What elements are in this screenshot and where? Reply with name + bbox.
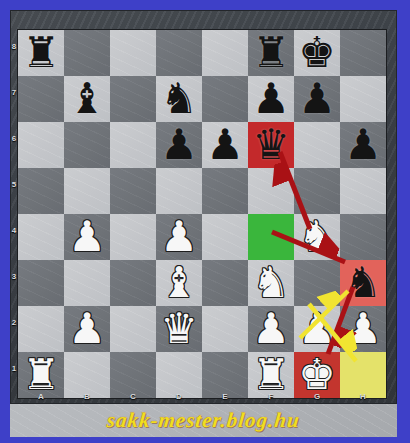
board-frame: ♜♜♚♝♞♟♟♟♟♛♟♟♟♞♝♞♞♟♛♟♟♟♜♜♚ 87654321 ABCDE… [10, 10, 397, 404]
rank-label-3: 3 [10, 272, 18, 281]
square-g4[interactable]: ♞ [294, 214, 340, 260]
square-a7[interactable] [18, 76, 64, 122]
piece-white-p-h2[interactable]: ♟ [344, 306, 382, 352]
square-d7[interactable]: ♞ [156, 76, 202, 122]
square-d2[interactable]: ♛ [156, 306, 202, 352]
square-a4[interactable] [18, 214, 64, 260]
square-f7[interactable]: ♟ [248, 76, 294, 122]
rank-label-8: 8 [10, 42, 18, 51]
rank-label-1: 1 [10, 364, 18, 373]
piece-white-n-f3[interactable]: ♞ [252, 260, 290, 306]
square-f5[interactable] [248, 168, 294, 214]
square-c8[interactable] [110, 30, 156, 76]
square-g8[interactable]: ♚ [294, 30, 340, 76]
piece-black-n-h3[interactable]: ♞ [344, 260, 382, 306]
square-h7[interactable] [340, 76, 386, 122]
square-f4[interactable] [248, 214, 294, 260]
piece-white-p-b2[interactable]: ♟ [68, 306, 106, 352]
piece-white-r-a1[interactable]: ♜ [22, 352, 60, 398]
square-b8[interactable] [64, 30, 110, 76]
square-a3[interactable] [18, 260, 64, 306]
piece-black-q-f6[interactable]: ♛ [252, 122, 290, 168]
square-f6[interactable]: ♛ [248, 122, 294, 168]
piece-black-p-f7[interactable]: ♟ [252, 76, 290, 122]
square-e3[interactable] [202, 260, 248, 306]
square-e4[interactable] [202, 214, 248, 260]
piece-white-p-f2[interactable]: ♟ [252, 306, 290, 352]
rank-label-5: 5 [10, 180, 18, 189]
square-e5[interactable] [202, 168, 248, 214]
piece-black-b-b7[interactable]: ♝ [68, 76, 106, 122]
square-d3[interactable]: ♝ [156, 260, 202, 306]
piece-white-r-f1[interactable]: ♜ [252, 352, 290, 398]
square-f1[interactable]: ♜ [248, 352, 294, 398]
square-e6[interactable]: ♟ [202, 122, 248, 168]
file-label-e: E [202, 392, 248, 401]
square-b7[interactable]: ♝ [64, 76, 110, 122]
piece-black-n-d7[interactable]: ♞ [160, 76, 198, 122]
square-g1[interactable]: ♚ [294, 352, 340, 398]
square-b2[interactable]: ♟ [64, 306, 110, 352]
file-label-d: D [156, 392, 202, 401]
square-f3[interactable]: ♞ [248, 260, 294, 306]
caption-strip: sakk-mester.blog.hu [10, 404, 397, 437]
chess-diagram: ♜♜♚♝♞♟♟♟♟♛♟♟♟♞♝♞♞♟♛♟♟♟♜♜♚ 87654321 ABCDE… [0, 0, 410, 443]
piece-white-p-g2[interactable]: ♟ [298, 306, 336, 352]
square-g3[interactable] [294, 260, 340, 306]
piece-white-q-d2[interactable]: ♛ [160, 306, 198, 352]
piece-black-r-a8[interactable]: ♜ [22, 30, 60, 76]
square-h2[interactable]: ♟ [340, 306, 386, 352]
site-caption: sakk-mester.blog.hu [106, 408, 301, 433]
piece-white-b-d3[interactable]: ♝ [160, 260, 198, 306]
square-g2[interactable]: ♟ [294, 306, 340, 352]
file-label-c: C [110, 392, 156, 401]
square-c6[interactable] [110, 122, 156, 168]
square-d5[interactable] [156, 168, 202, 214]
square-b6[interactable] [64, 122, 110, 168]
piece-black-k-g8[interactable]: ♚ [298, 30, 336, 76]
square-c7[interactable] [110, 76, 156, 122]
piece-white-n-g4[interactable]: ♞ [298, 214, 336, 260]
rank-label-2: 2 [10, 318, 18, 327]
square-h5[interactable] [340, 168, 386, 214]
square-a5[interactable] [18, 168, 64, 214]
square-e7[interactable] [202, 76, 248, 122]
square-g7[interactable]: ♟ [294, 76, 340, 122]
square-d4[interactable]: ♟ [156, 214, 202, 260]
rank-label-6: 6 [10, 134, 18, 143]
piece-black-p-g7[interactable]: ♟ [298, 76, 336, 122]
square-a1[interactable]: ♜ [18, 352, 64, 398]
file-label-b: B [64, 392, 110, 401]
square-g6[interactable] [294, 122, 340, 168]
square-f2[interactable]: ♟ [248, 306, 294, 352]
square-a6[interactable] [18, 122, 64, 168]
file-label-h: H [340, 392, 386, 401]
square-a2[interactable] [18, 306, 64, 352]
square-d8[interactable] [156, 30, 202, 76]
piece-black-p-d6[interactable]: ♟ [160, 122, 198, 168]
square-a8[interactable]: ♜ [18, 30, 64, 76]
chess-board[interactable]: ♜♜♚♝♞♟♟♟♟♛♟♟♟♞♝♞♞♟♛♟♟♟♜♜♚ [18, 30, 386, 398]
piece-white-p-b4[interactable]: ♟ [68, 214, 106, 260]
rank-label-7: 7 [10, 88, 18, 97]
square-h6[interactable]: ♟ [340, 122, 386, 168]
square-c3[interactable] [110, 260, 156, 306]
square-g5[interactable] [294, 168, 340, 214]
piece-black-r-f8[interactable]: ♜ [252, 30, 290, 76]
square-e2[interactable] [202, 306, 248, 352]
piece-white-k-g1[interactable]: ♚ [298, 352, 336, 398]
square-c5[interactable] [110, 168, 156, 214]
square-b5[interactable] [64, 168, 110, 214]
square-h4[interactable] [340, 214, 386, 260]
piece-white-p-d4[interactable]: ♟ [160, 214, 198, 260]
square-f8[interactable]: ♜ [248, 30, 294, 76]
square-b4[interactable]: ♟ [64, 214, 110, 260]
square-d6[interactable]: ♟ [156, 122, 202, 168]
square-c2[interactable] [110, 306, 156, 352]
square-e8[interactable] [202, 30, 248, 76]
square-c4[interactable] [110, 214, 156, 260]
piece-black-p-e6[interactable]: ♟ [206, 122, 244, 168]
square-b3[interactable] [64, 260, 110, 306]
piece-black-p-h6[interactable]: ♟ [344, 122, 382, 168]
square-h3[interactable]: ♞ [340, 260, 386, 306]
square-h8[interactable] [340, 30, 386, 76]
rank-label-4: 4 [10, 226, 18, 235]
